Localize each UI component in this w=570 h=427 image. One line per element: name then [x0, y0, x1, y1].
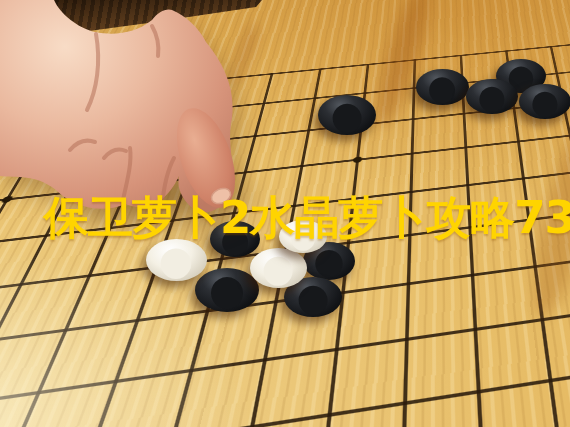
go-stone-black[interactable]: ●	[416, 69, 469, 105]
title-overlay: 保卫萝卜2水晶萝卜攻略73	[44, 188, 570, 248]
go-photo-scene: ●●●●●●●●●●●● 保卫萝卜2水晶萝卜	[0, 0, 570, 427]
go-stone-black[interactable]: ●	[318, 95, 376, 135]
go-stone-white[interactable]: ●	[250, 248, 307, 288]
go-stone-black[interactable]: ●	[195, 268, 259, 312]
go-stone-black[interactable]: ●	[466, 79, 518, 114]
go-stone-black[interactable]: ●	[519, 84, 570, 119]
